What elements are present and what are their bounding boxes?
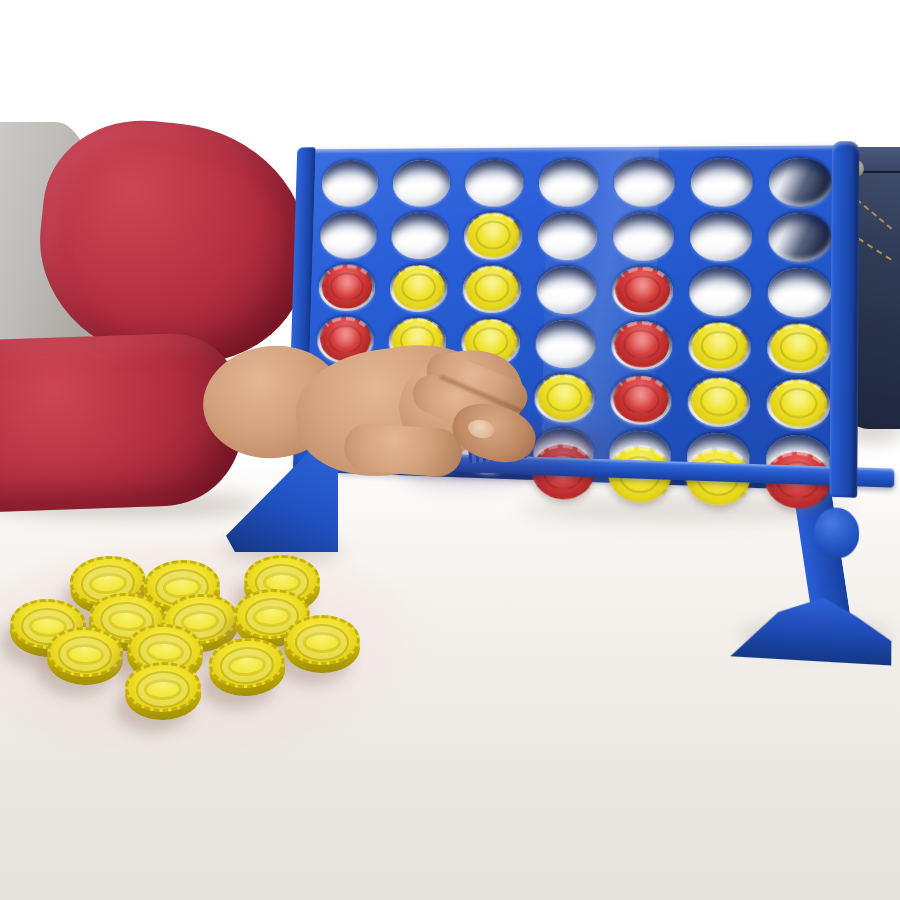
cell-r2c3-yellow-disc[interactable]	[463, 212, 522, 259]
cell-r1c3-empty[interactable]	[465, 159, 524, 206]
yellow-disc	[392, 265, 445, 310]
hole	[768, 268, 832, 318]
hole	[390, 265, 448, 313]
yellow-disc	[691, 377, 748, 425]
connect-four-photo-scene	[0, 0, 900, 900]
hole	[688, 322, 751, 372]
cell-r2c6-empty[interactable]	[690, 213, 752, 262]
tray-yellow-disc[interactable]	[284, 615, 360, 673]
cell-r3c2-yellow-disc[interactable]	[390, 265, 448, 313]
cell-r3c7-empty[interactable]	[768, 268, 832, 318]
cell-r1c6-empty[interactable]	[690, 158, 752, 207]
red-disc	[321, 265, 373, 309]
hole	[318, 264, 375, 311]
jeans-stitching	[856, 198, 893, 229]
yellow-disc	[770, 324, 827, 371]
yellow-disc	[466, 213, 519, 257]
hole	[687, 377, 750, 428]
cell-r1c7-empty[interactable]	[769, 158, 832, 207]
cell-r3c6-empty[interactable]	[689, 267, 751, 316]
hole	[769, 158, 832, 207]
hole	[768, 213, 831, 262]
hole	[320, 212, 377, 259]
cell-r3c1-red-disc[interactable]	[318, 264, 375, 311]
hole	[391, 212, 449, 259]
hole	[690, 213, 752, 262]
cell-r2c2-empty[interactable]	[391, 212, 449, 259]
hole	[462, 265, 521, 313]
tray-yellow-disc[interactable]	[124, 661, 202, 722]
yellow-disc	[770, 379, 828, 427]
tray-yellow-disc[interactable]	[46, 626, 124, 687]
hole	[766, 379, 830, 430]
thumb	[342, 422, 463, 478]
cell-r4c6-yellow-disc[interactable]	[688, 322, 751, 372]
cell-r1c2-empty[interactable]	[392, 160, 450, 207]
hole	[613, 213, 674, 261]
hole	[392, 160, 450, 207]
yellow-disc	[691, 322, 747, 369]
cell-r5c7-yellow-disc[interactable]	[766, 379, 830, 430]
yellow-disc	[465, 266, 519, 311]
cell-r2c7-empty[interactable]	[768, 213, 831, 262]
cell-r3c3-yellow-disc[interactable]	[462, 265, 521, 313]
hole	[321, 160, 378, 206]
hole	[689, 267, 751, 316]
cell-r1c1-empty[interactable]	[321, 160, 378, 206]
cell-r4c7-yellow-disc[interactable]	[767, 323, 831, 374]
tray-yellow-disc[interactable]	[207, 635, 287, 698]
cell-r5c6-yellow-disc[interactable]	[687, 377, 750, 428]
cell-r2c5-empty[interactable]	[613, 213, 674, 261]
hole	[465, 159, 524, 206]
hole	[690, 158, 752, 207]
hole	[463, 212, 522, 259]
hole	[767, 323, 831, 374]
cell-r2c1-empty[interactable]	[320, 212, 377, 259]
